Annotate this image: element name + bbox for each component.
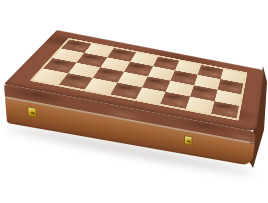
product-photo-chess-case: [0, 0, 268, 203]
brass-clasp-right: [184, 135, 193, 146]
brass-clasp-left: [27, 106, 37, 118]
